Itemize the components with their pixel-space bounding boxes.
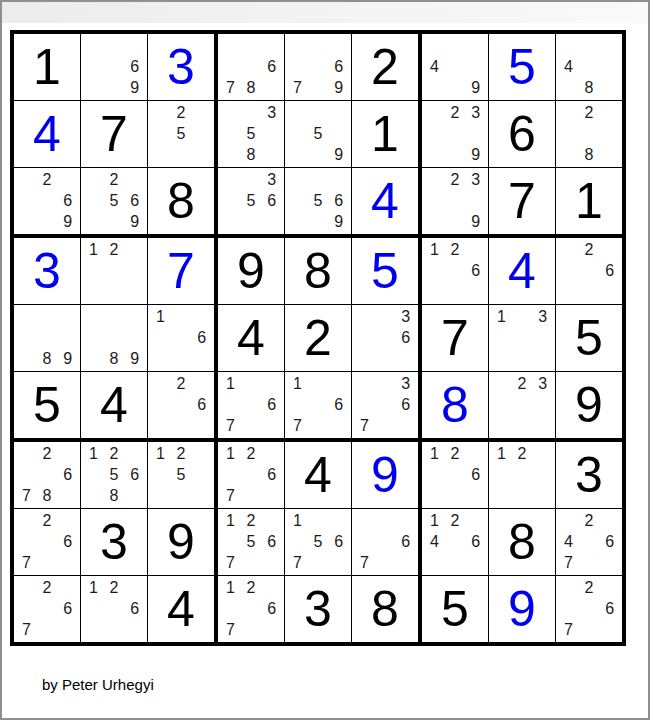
cell-r9c7[interactable]: 5	[422, 576, 489, 642]
candidate-empty	[83, 170, 104, 191]
candidate-empty	[124, 240, 145, 261]
candidate-grid: 12568	[83, 444, 145, 506]
entered-digit: 3	[14, 238, 80, 304]
candidate-empty	[16, 599, 37, 620]
candidate-7: 7	[220, 415, 241, 436]
cell-r6c9[interactable]: 9	[556, 372, 622, 442]
cell-r8c7[interactable]: 1246	[422, 509, 489, 576]
cell-r3c7[interactable]: 239	[422, 168, 489, 238]
cell-r8c2[interactable]: 3	[81, 509, 148, 576]
cell-r5c2[interactable]: 89	[81, 305, 148, 372]
candidate-empty	[220, 170, 241, 191]
candidate-empty	[308, 103, 329, 124]
cell-r6c3[interactable]: 26	[148, 372, 218, 442]
candidate-grid: 12	[83, 240, 145, 302]
cell-r3c3[interactable]: 8	[148, 168, 218, 238]
candidate-empty	[599, 578, 620, 599]
cell-r8c8[interactable]: 8	[489, 509, 556, 576]
candidate-empty	[150, 124, 171, 145]
cell-r7c1[interactable]: 2678	[14, 442, 81, 509]
cell-r5c1[interactable]: 89	[14, 305, 81, 372]
given-digit: 1	[556, 168, 622, 234]
cell-r9c4[interactable]: 1267	[218, 576, 285, 642]
candidate-4: 4	[424, 57, 445, 78]
candidate-empty	[261, 415, 282, 436]
candidate-grid: 267	[558, 578, 620, 640]
candidate-2: 2	[171, 374, 192, 395]
candidate-empty	[16, 328, 37, 349]
given-digit: 3	[81, 509, 147, 575]
candidate-empty	[287, 191, 308, 212]
candidate-empty	[16, 444, 37, 465]
candidate-empty	[308, 77, 329, 98]
cell-r3c6[interactable]: 4	[352, 168, 422, 238]
candidate-empty	[532, 395, 553, 416]
candidate-7: 7	[558, 552, 579, 573]
candidate-empty	[424, 77, 445, 98]
candidate-empty	[579, 281, 600, 302]
cell-r2c8[interactable]: 6	[489, 101, 556, 168]
candidate-grid: 89	[16, 307, 78, 369]
candidate-empty	[599, 36, 620, 57]
candidate-1: 1	[150, 307, 171, 328]
candidate-empty	[220, 191, 241, 212]
cell-r6c7[interactable]: 8	[422, 372, 489, 442]
cell-r4c2[interactable]: 12	[81, 238, 148, 305]
given-digit: 8	[148, 168, 214, 234]
candidate-empty	[124, 36, 145, 57]
cell-r6c1[interactable]: 5	[14, 372, 81, 442]
candidate-empty	[37, 191, 58, 212]
cell-r9c1[interactable]: 267	[14, 576, 81, 642]
cell-r4c3[interactable]: 7	[148, 238, 218, 305]
candidate-grid: 267	[16, 511, 78, 573]
candidate-empty	[37, 532, 58, 553]
candidate-empty	[579, 57, 600, 78]
cell-r6c4[interactable]: 167	[218, 372, 285, 442]
candidate-grid: 167	[287, 374, 349, 436]
cell-r7c6[interactable]: 9	[352, 442, 422, 509]
given-digit: 5	[14, 372, 80, 438]
cell-r2c6[interactable]: 1	[352, 101, 422, 168]
candidate-9: 9	[57, 211, 78, 232]
candidate-empty	[191, 444, 212, 465]
cell-r1c5[interactable]: 679	[285, 34, 352, 101]
cell-r5c5[interactable]: 2	[285, 305, 352, 372]
candidate-empty	[328, 415, 349, 436]
cell-r9c2[interactable]: 126	[81, 576, 148, 642]
candidate-empty	[104, 328, 125, 349]
cell-r8c4[interactable]: 12567	[218, 509, 285, 576]
candidate-empty	[261, 511, 282, 532]
candidate-empty	[445, 144, 466, 165]
candidate-2: 2	[104, 444, 125, 465]
candidate-empty	[241, 211, 262, 232]
candidate-empty	[599, 77, 620, 98]
cell-r8c3[interactable]: 9	[148, 509, 218, 576]
candidate-7: 7	[16, 485, 37, 506]
candidate-7: 7	[287, 552, 308, 573]
candidate-empty	[171, 307, 192, 328]
given-digit: 3	[285, 576, 351, 642]
candidate-empty	[599, 124, 620, 145]
candidate-empty	[445, 57, 466, 78]
cell-r9c9[interactable]: 267	[556, 576, 622, 642]
candidate-9: 9	[124, 77, 145, 98]
candidate-6: 6	[124, 599, 145, 620]
cell-r5c6[interactable]: 36	[352, 305, 422, 372]
candidate-4: 4	[424, 532, 445, 553]
candidate-empty	[261, 485, 282, 506]
candidate-grid: 49	[424, 36, 486, 98]
candidate-grid: 48	[558, 36, 620, 98]
candidate-empty	[150, 103, 171, 124]
candidate-empty	[491, 485, 512, 506]
candidate-empty	[191, 103, 212, 124]
candidate-grid: 126	[83, 578, 145, 640]
candidate-empty	[16, 170, 37, 191]
candidate-empty	[241, 103, 262, 124]
candidate-grid: 1246	[424, 511, 486, 573]
candidate-7: 7	[220, 77, 241, 98]
candidate-3: 3	[261, 170, 282, 191]
given-digit: 3	[556, 442, 622, 508]
cell-r4c9[interactable]: 26	[556, 238, 622, 305]
candidate-empty	[57, 511, 78, 532]
cell-r7c8[interactable]: 12	[489, 442, 556, 509]
cell-r7c4[interactable]: 1267	[218, 442, 285, 509]
candidate-empty	[354, 511, 375, 532]
candidate-empty	[308, 374, 329, 395]
cell-r2c9[interactable]: 28	[556, 101, 622, 168]
candidate-2: 2	[512, 444, 533, 465]
candidate-2: 2	[579, 240, 600, 261]
candidate-empty	[104, 36, 125, 57]
given-digit: 8	[352, 576, 418, 642]
candidate-2: 2	[171, 444, 192, 465]
candidate-empty	[104, 211, 125, 232]
candidate-5: 5	[171, 465, 192, 486]
candidate-2: 2	[104, 170, 125, 191]
candidate-6: 6	[599, 599, 620, 620]
candidate-2: 2	[512, 374, 533, 395]
candidate-empty	[241, 36, 262, 57]
candidate-2: 2	[104, 240, 125, 261]
candidate-empty	[37, 328, 58, 349]
cell-r2c4[interactable]: 358	[218, 101, 285, 168]
candidate-5: 5	[241, 124, 262, 145]
cell-r2c3[interactable]: 25	[148, 101, 218, 168]
candidate-empty	[16, 348, 37, 369]
candidate-6: 6	[599, 261, 620, 282]
candidate-empty	[328, 511, 349, 532]
cell-r8c1[interactable]: 267	[14, 509, 81, 576]
entered-digit: 9	[489, 576, 555, 642]
cell-r4c6[interactable]: 5	[352, 238, 422, 305]
given-digit: 8	[489, 509, 555, 575]
cell-r1c2[interactable]: 69	[81, 34, 148, 101]
cell-r7c2[interactable]: 12568	[81, 442, 148, 509]
candidate-8: 8	[104, 348, 125, 369]
candidate-empty	[83, 599, 104, 620]
cell-r1c6[interactable]: 2	[352, 34, 422, 101]
given-digit: 7	[81, 101, 147, 167]
candidate-empty	[191, 465, 212, 486]
candidate-6: 6	[395, 532, 416, 553]
candidate-grid: 69	[83, 36, 145, 98]
cell-r7c9[interactable]: 3	[556, 442, 622, 509]
candidate-empty	[558, 261, 579, 282]
candidate-7: 7	[287, 415, 308, 436]
candidate-empty	[375, 511, 396, 532]
cell-r9c3[interactable]: 4	[148, 576, 218, 642]
candidate-empty	[579, 532, 600, 553]
candidate-empty	[375, 374, 396, 395]
candidate-1: 1	[424, 511, 445, 532]
cell-r9c6[interactable]: 8	[352, 576, 422, 642]
candidate-grid: 12	[491, 444, 553, 506]
candidate-empty	[579, 261, 600, 282]
candidate-5: 5	[308, 124, 329, 145]
cell-r3c4[interactable]: 356	[218, 168, 285, 238]
candidate-empty	[37, 619, 58, 640]
candidate-empty	[558, 144, 579, 165]
cell-r8c9[interactable]: 2467	[556, 509, 622, 576]
candidate-empty	[491, 374, 512, 395]
candidate-empty	[532, 415, 553, 436]
candidate-2: 2	[241, 511, 262, 532]
candidate-empty	[16, 532, 37, 553]
candidate-2: 2	[241, 578, 262, 599]
cell-r4c4[interactable]: 9	[218, 238, 285, 305]
candidate-6: 6	[261, 532, 282, 553]
candidate-empty	[375, 532, 396, 553]
candidate-7: 7	[16, 552, 37, 573]
cell-r5c9[interactable]: 5	[556, 305, 622, 372]
candidate-empty	[558, 281, 579, 302]
candidate-empty	[37, 211, 58, 232]
candidate-6: 6	[57, 191, 78, 212]
candidate-empty	[424, 191, 445, 212]
candidate-empty	[171, 144, 192, 165]
candidate-grid: 36	[354, 307, 416, 369]
cell-r2c1[interactable]: 4	[14, 101, 81, 168]
candidate-empty	[424, 261, 445, 282]
cell-r6c2[interactable]: 4	[81, 372, 148, 442]
candidate-empty	[150, 485, 171, 506]
candidate-empty	[445, 211, 466, 232]
cell-r6c6[interactable]: 367	[352, 372, 422, 442]
candidate-empty	[124, 307, 145, 328]
candidate-empty	[354, 532, 375, 553]
candidate-grid: 269	[16, 170, 78, 232]
candidate-empty	[241, 374, 262, 395]
candidate-7: 7	[220, 552, 241, 573]
candidate-empty	[465, 511, 486, 532]
cell-r7c5[interactable]: 4	[285, 442, 352, 509]
candidate-grid: 678	[220, 36, 282, 98]
candidate-6: 6	[261, 191, 282, 212]
candidate-empty	[579, 552, 600, 573]
candidate-empty	[395, 415, 416, 436]
candidate-empty	[124, 619, 145, 640]
candidate-empty	[532, 465, 553, 486]
candidate-6: 6	[124, 57, 145, 78]
cell-r1c4[interactable]: 678	[218, 34, 285, 101]
candidate-3: 3	[532, 307, 553, 328]
candidate-7: 7	[354, 415, 375, 436]
candidate-8: 8	[579, 144, 600, 165]
candidate-empty	[57, 328, 78, 349]
cell-r2c2[interactable]: 7	[81, 101, 148, 168]
candidate-empty	[83, 36, 104, 57]
cell-r7c7[interactable]: 126	[422, 442, 489, 509]
entered-digit: 8	[422, 372, 488, 438]
candidate-empty	[104, 57, 125, 78]
candidate-empty	[191, 307, 212, 328]
candidate-empty	[512, 395, 533, 416]
candidate-2: 2	[241, 444, 262, 465]
candidate-empty	[57, 552, 78, 573]
candidate-empty	[328, 103, 349, 124]
candidate-empty	[37, 599, 58, 620]
candidate-grid: 25	[150, 103, 212, 165]
candidate-2: 2	[445, 511, 466, 532]
candidate-grid: 2678	[16, 444, 78, 506]
candidate-empty	[150, 395, 171, 416]
cell-r6c8[interactable]: 23	[489, 372, 556, 442]
cell-r7c3[interactable]: 125	[148, 442, 218, 509]
cell-r3c8[interactable]: 7	[489, 168, 556, 238]
cell-r8c6[interactable]: 67	[352, 509, 422, 576]
cell-r3c5[interactable]: 569	[285, 168, 352, 238]
candidate-grid: 1267	[220, 444, 282, 506]
candidate-6: 6	[465, 465, 486, 486]
candidate-grid: 356	[220, 170, 282, 232]
candidate-empty	[579, 619, 600, 640]
given-digit: 9	[218, 238, 284, 304]
candidate-empty	[445, 261, 466, 282]
candidate-empty	[220, 211, 241, 232]
candidate-empty	[354, 328, 375, 349]
entered-digit: 9	[352, 442, 418, 508]
cell-r2c7[interactable]: 239	[422, 101, 489, 168]
candidate-empty	[375, 395, 396, 416]
cell-r5c7[interactable]: 7	[422, 305, 489, 372]
candidate-6: 6	[261, 57, 282, 78]
candidate-9: 9	[465, 211, 486, 232]
top-bar	[2, 2, 648, 23]
candidate-empty	[57, 485, 78, 506]
cell-r3c9[interactable]: 1	[556, 168, 622, 238]
candidate-grid: 89	[83, 307, 145, 369]
entered-digit: 7	[148, 238, 214, 304]
candidate-grid: 126	[424, 444, 486, 506]
cell-r4c7[interactable]: 126	[422, 238, 489, 305]
cell-r2c5[interactable]: 59	[285, 101, 352, 168]
candidate-empty	[171, 328, 192, 349]
candidate-9: 9	[328, 144, 349, 165]
candidate-empty	[465, 36, 486, 57]
candidate-3: 3	[465, 103, 486, 124]
candidate-2: 2	[171, 103, 192, 124]
candidate-empty	[424, 103, 445, 124]
candidate-empty	[261, 444, 282, 465]
candidate-1: 1	[424, 444, 445, 465]
candidate-grid: 67	[354, 511, 416, 573]
candidate-empty	[171, 348, 192, 369]
given-digit: 8	[285, 238, 351, 304]
candidate-empty	[308, 511, 329, 532]
candidate-empty	[424, 211, 445, 232]
candidate-empty	[287, 532, 308, 553]
candidate-empty	[491, 348, 512, 369]
candidate-empty	[57, 619, 78, 640]
cell-r1c3[interactable]: 3	[148, 34, 218, 101]
cell-r4c1[interactable]: 3	[14, 238, 81, 305]
candidate-9: 9	[124, 211, 145, 232]
given-digit: 9	[148, 509, 214, 575]
candidate-2: 2	[37, 444, 58, 465]
candidate-empty	[558, 124, 579, 145]
candidate-3: 3	[395, 307, 416, 328]
candidate-empty	[354, 374, 375, 395]
candidate-empty	[220, 124, 241, 145]
candidate-empty	[16, 191, 37, 212]
cell-r9c5[interactable]: 3	[285, 576, 352, 642]
cell-r3c2[interactable]: 2569	[81, 168, 148, 238]
candidate-empty	[465, 444, 486, 465]
candidate-2: 2	[445, 170, 466, 191]
candidate-empty	[287, 103, 308, 124]
candidate-grid: 26	[558, 240, 620, 302]
candidate-empty	[37, 307, 58, 328]
candidate-empty	[308, 57, 329, 78]
candidate-empty	[375, 348, 396, 369]
candidate-6: 6	[261, 395, 282, 416]
cell-r8c5[interactable]: 1567	[285, 509, 352, 576]
candidate-empty	[424, 144, 445, 165]
candidate-5: 5	[241, 532, 262, 553]
candidate-grid: 2569	[83, 170, 145, 232]
cell-r6c5[interactable]: 167	[285, 372, 352, 442]
cell-r1c7[interactable]: 49	[422, 34, 489, 101]
cell-r4c8[interactable]: 4	[489, 238, 556, 305]
candidate-empty	[37, 552, 58, 573]
cell-r9c8[interactable]: 9	[489, 576, 556, 642]
cell-r1c1[interactable]: 1	[14, 34, 81, 101]
entered-digit: 4	[352, 168, 418, 234]
cell-r5c8[interactable]: 13	[489, 305, 556, 372]
cell-r1c9[interactable]: 48	[556, 34, 622, 101]
candidate-empty	[83, 57, 104, 78]
candidate-empty	[124, 485, 145, 506]
candidate-empty	[579, 36, 600, 57]
candidate-empty	[445, 465, 466, 486]
candidate-grid: 16	[150, 307, 212, 369]
cell-r3c1[interactable]: 269	[14, 168, 81, 238]
cell-r1c8[interactable]: 5	[489, 34, 556, 101]
candidate-grid: 23	[491, 374, 553, 436]
candidate-6: 6	[328, 395, 349, 416]
candidate-empty	[124, 578, 145, 599]
cell-r5c3[interactable]: 16	[148, 305, 218, 372]
candidate-empty	[465, 485, 486, 506]
cell-r5c4[interactable]: 4	[218, 305, 285, 372]
cell-r4c5[interactable]: 8	[285, 238, 352, 305]
candidate-2: 2	[37, 511, 58, 532]
candidate-4: 4	[558, 532, 579, 553]
